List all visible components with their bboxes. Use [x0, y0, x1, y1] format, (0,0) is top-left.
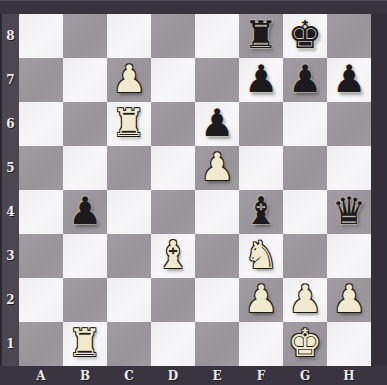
- file-label: D: [168, 369, 178, 383]
- square-a8[interactable]: [19, 14, 63, 58]
- file-label-cell: H: [327, 366, 371, 385]
- square-h7[interactable]: ♟: [327, 58, 371, 102]
- file-label-cell: C: [107, 366, 151, 385]
- square-f2[interactable]: ♟: [239, 278, 283, 322]
- square-b5[interactable]: [63, 146, 107, 190]
- rank-label-row: 5: [0, 146, 19, 190]
- square-b1[interactable]: ♜: [63, 322, 107, 366]
- file-label: E: [212, 369, 221, 383]
- square-d2[interactable]: [151, 278, 195, 322]
- chess-app-window: 87654321 ♜♚♟♟♟♟♜♟♟♟♝♛♝♞♟♟♟♜♚ ABCDEFGH: [0, 0, 387, 385]
- piece-white-king[interactable]: ♚: [288, 324, 322, 362]
- square-f1[interactable]: [239, 322, 283, 366]
- file-label: G: [300, 369, 310, 383]
- square-g2[interactable]: ♟: [283, 278, 327, 322]
- piece-white-rook[interactable]: ♜: [112, 104, 146, 142]
- square-e7[interactable]: [195, 58, 239, 102]
- square-e8[interactable]: [195, 14, 239, 58]
- square-c7[interactable]: ♟: [107, 58, 151, 102]
- piece-black-pawn[interactable]: ♟: [244, 60, 278, 98]
- square-f3[interactable]: ♞: [239, 234, 283, 278]
- board-top-border: [0, 0, 387, 14]
- square-h6[interactable]: [327, 102, 371, 146]
- square-a6[interactable]: [19, 102, 63, 146]
- piece-black-pawn[interactable]: ♟: [68, 192, 102, 230]
- piece-black-pawn[interactable]: ♟: [288, 60, 322, 98]
- square-c4[interactable]: [107, 190, 151, 234]
- square-e5[interactable]: ♟: [195, 146, 239, 190]
- file-labels-panel: ABCDEFGH: [0, 366, 387, 385]
- square-a2[interactable]: [19, 278, 63, 322]
- square-f5[interactable]: [239, 146, 283, 190]
- rank-label-row: 6: [0, 102, 19, 146]
- file-label: C: [124, 369, 134, 383]
- square-a1[interactable]: [19, 322, 63, 366]
- square-g6[interactable]: [283, 102, 327, 146]
- square-d5[interactable]: [151, 146, 195, 190]
- square-f4[interactable]: ♝: [239, 190, 283, 234]
- square-g3[interactable]: [283, 234, 327, 278]
- square-c6[interactable]: ♜: [107, 102, 151, 146]
- file-label-cell: F: [239, 366, 283, 385]
- square-d1[interactable]: [151, 322, 195, 366]
- piece-black-rook[interactable]: ♜: [244, 16, 278, 54]
- piece-white-pawn[interactable]: ♟: [112, 60, 146, 98]
- rank-label-row: 8: [0, 14, 19, 58]
- square-c8[interactable]: [107, 14, 151, 58]
- piece-white-pawn[interactable]: ♟: [332, 280, 366, 318]
- square-g5[interactable]: [283, 146, 327, 190]
- piece-black-queen[interactable]: ♛: [332, 192, 366, 230]
- rank-label: 5: [6, 161, 14, 175]
- square-h5[interactable]: [327, 146, 371, 190]
- square-g1[interactable]: ♚: [283, 322, 327, 366]
- rank-label-row: 1: [0, 322, 19, 366]
- file-label-cell: B: [63, 366, 107, 385]
- rank-label: 3: [6, 249, 14, 263]
- file-label-cell: A: [19, 366, 63, 385]
- square-c2[interactable]: [107, 278, 151, 322]
- square-b4[interactable]: ♟: [63, 190, 107, 234]
- rank-label-row: 7: [0, 58, 19, 102]
- rank-label: 6: [6, 117, 14, 131]
- square-b6[interactable]: [63, 102, 107, 146]
- rank-labels-panel: 87654321: [0, 14, 19, 366]
- file-label: A: [36, 369, 45, 383]
- square-e6[interactable]: ♟: [195, 102, 239, 146]
- piece-black-pawn[interactable]: ♟: [200, 104, 234, 142]
- square-b2[interactable]: [63, 278, 107, 322]
- square-a4[interactable]: [19, 190, 63, 234]
- square-c1[interactable]: [107, 322, 151, 366]
- square-c5[interactable]: [107, 146, 151, 190]
- rank-label-row: 2: [0, 278, 19, 322]
- rank-label-row: 4: [0, 190, 19, 234]
- square-f6[interactable]: [239, 102, 283, 146]
- piece-white-pawn[interactable]: ♟: [200, 148, 234, 186]
- square-h8[interactable]: [327, 14, 371, 58]
- chess-board: ♜♚♟♟♟♟♜♟♟♟♝♛♝♞♟♟♟♜♚: [19, 14, 371, 366]
- piece-black-king[interactable]: ♚: [288, 16, 322, 54]
- file-label-cell: D: [151, 366, 195, 385]
- rank-label: 4: [6, 205, 14, 219]
- square-g8[interactable]: ♚: [283, 14, 327, 58]
- square-d3[interactable]: ♝: [151, 234, 195, 278]
- square-b8[interactable]: [63, 14, 107, 58]
- square-a7[interactable]: [19, 58, 63, 102]
- rank-label-row: 3: [0, 234, 19, 278]
- file-label: H: [343, 369, 354, 383]
- square-d8[interactable]: [151, 14, 195, 58]
- square-a3[interactable]: [19, 234, 63, 278]
- board-right-border: [371, 14, 387, 366]
- rank-label: 7: [6, 73, 14, 87]
- piece-white-bishop[interactable]: ♝: [156, 236, 190, 274]
- square-h3[interactable]: [327, 234, 371, 278]
- square-b7[interactable]: [63, 58, 107, 102]
- square-e1[interactable]: [195, 322, 239, 366]
- piece-white-knight[interactable]: ♞: [244, 236, 278, 274]
- square-f8[interactable]: ♜: [239, 14, 283, 58]
- piece-white-rook[interactable]: ♜: [68, 324, 102, 362]
- square-b3[interactable]: [63, 234, 107, 278]
- square-a5[interactable]: [19, 146, 63, 190]
- file-label: B: [80, 369, 90, 383]
- file-label-cell: G: [283, 366, 327, 385]
- square-c3[interactable]: [107, 234, 151, 278]
- file-label: F: [257, 369, 266, 383]
- square-g4[interactable]: [283, 190, 327, 234]
- square-d7[interactable]: [151, 58, 195, 102]
- file-label-cell: E: [195, 366, 239, 385]
- square-h1[interactable]: [327, 322, 371, 366]
- piece-black-bishop[interactable]: ♝: [244, 192, 278, 230]
- square-e4[interactable]: [195, 190, 239, 234]
- square-f7[interactable]: ♟: [239, 58, 283, 102]
- piece-white-pawn[interactable]: ♟: [244, 280, 278, 318]
- rank-label: 8: [6, 29, 14, 43]
- rank-label: 1: [6, 337, 14, 351]
- square-d6[interactable]: [151, 102, 195, 146]
- square-d4[interactable]: [151, 190, 195, 234]
- square-g7[interactable]: ♟: [283, 58, 327, 102]
- rank-label: 2: [6, 293, 14, 307]
- piece-white-pawn[interactable]: ♟: [288, 280, 322, 318]
- square-h2[interactable]: ♟: [327, 278, 371, 322]
- piece-black-pawn[interactable]: ♟: [332, 60, 366, 98]
- square-e3[interactable]: [195, 234, 239, 278]
- square-e2[interactable]: [195, 278, 239, 322]
- square-h4[interactable]: ♛: [327, 190, 371, 234]
